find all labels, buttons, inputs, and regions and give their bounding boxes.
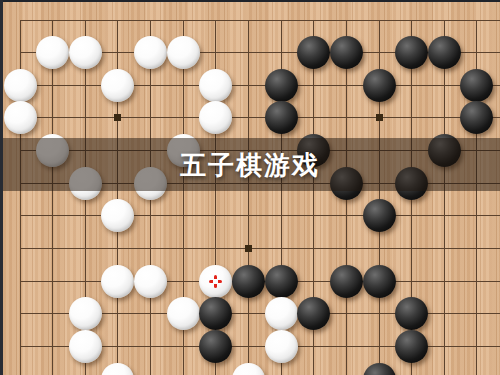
star-point <box>114 114 121 121</box>
white-stone <box>4 101 37 134</box>
last-move-marker <box>209 275 222 288</box>
black-stone <box>330 36 363 69</box>
black-stone <box>265 101 298 134</box>
white-stone <box>101 199 134 232</box>
white-stone <box>134 265 167 298</box>
white-stone <box>167 36 200 69</box>
grid-line-horizontal <box>20 20 500 21</box>
black-stone <box>363 265 396 298</box>
white-stone <box>4 69 37 102</box>
white-stone <box>101 265 134 298</box>
white-stone <box>36 36 69 69</box>
grid-line-vertical <box>248 20 249 375</box>
gomoku-board[interactable]: 五子棋游戏 <box>0 0 500 375</box>
star-point <box>376 114 383 121</box>
white-stone <box>199 69 232 102</box>
white-stone <box>265 330 298 363</box>
window-edge-left <box>0 0 3 375</box>
grid-line-vertical <box>444 20 445 375</box>
white-stone <box>199 101 232 134</box>
black-stone <box>199 330 232 363</box>
white-stone <box>69 330 102 363</box>
black-stone <box>460 101 493 134</box>
title-banner: 五子棋游戏 <box>0 138 500 191</box>
grid-line-horizontal <box>20 85 500 86</box>
grid-line-horizontal <box>20 248 500 249</box>
black-stone <box>428 36 461 69</box>
black-stone <box>265 69 298 102</box>
black-stone <box>395 36 428 69</box>
white-stone <box>69 297 102 330</box>
black-stone <box>265 265 298 298</box>
black-stone <box>297 297 330 330</box>
black-stone <box>330 265 363 298</box>
black-stone <box>395 297 428 330</box>
black-stone <box>363 363 396 375</box>
black-stone <box>199 297 232 330</box>
grid-line-horizontal <box>20 215 500 216</box>
black-stone <box>460 69 493 102</box>
grid-line-horizontal <box>20 117 500 118</box>
game-title: 五子棋游戏 <box>180 152 320 178</box>
black-stone <box>297 36 330 69</box>
white-stone <box>265 297 298 330</box>
white-stone <box>232 363 265 375</box>
white-stone <box>101 69 134 102</box>
black-stone <box>363 199 396 232</box>
black-stone <box>395 330 428 363</box>
grid-line-vertical <box>52 20 53 375</box>
window-edge-top <box>0 0 500 2</box>
star-point <box>245 245 252 252</box>
white-stone <box>134 36 167 69</box>
white-stone <box>167 297 200 330</box>
white-stone <box>69 36 102 69</box>
black-stone <box>363 69 396 102</box>
white-stone <box>101 363 134 375</box>
black-stone <box>232 265 265 298</box>
